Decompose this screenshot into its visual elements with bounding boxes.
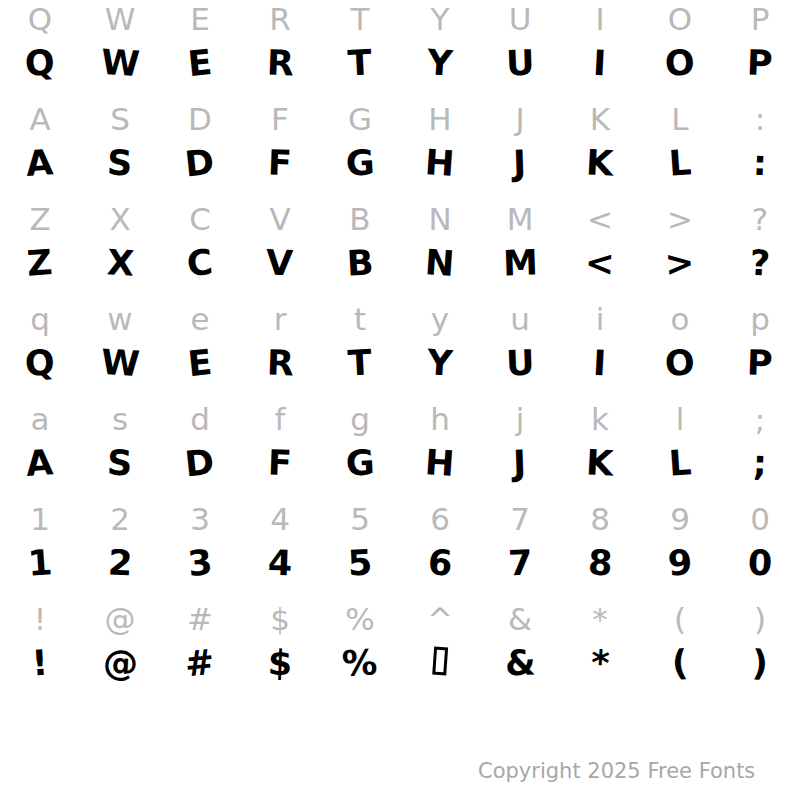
reference-char-cell: 2 xyxy=(110,504,130,535)
font-specimen-sheet: QWERTYUIOPQWERTYUIOPASDFGHJKL:ASDFGHJKL:… xyxy=(0,0,800,800)
specimen-char-cell: @ xyxy=(102,645,139,682)
specimen-char-cell: S xyxy=(106,145,133,181)
reference-char-cell: Z xyxy=(29,204,50,235)
specimen-char-cell: : xyxy=(752,145,767,180)
specimen-char-cell: H xyxy=(424,145,456,182)
reference-char-cell: B xyxy=(349,204,370,235)
specimen-char-cell: K xyxy=(586,145,615,181)
reference-char-cell: $ xyxy=(270,604,290,635)
reference-char-cell: E xyxy=(190,4,210,35)
specimen-char-cell: Q xyxy=(24,45,56,82)
specimen-row-14: !@#$%&*() xyxy=(0,638,800,688)
specimen-char-cell: 6 xyxy=(427,545,454,582)
reference-char-cell: j xyxy=(516,404,525,435)
reference-char-cell: % xyxy=(345,604,374,635)
specimen-char-cell: N xyxy=(424,245,456,282)
reference-char-cell: h xyxy=(430,404,450,435)
specimen-char-cell: # xyxy=(184,644,217,682)
reference-char-cell: k xyxy=(591,404,609,435)
reference-char-cell: p xyxy=(750,304,770,335)
specimen-char-cell: ? xyxy=(749,245,771,281)
specimen-char-cell: Q xyxy=(24,345,56,382)
specimen-row-6: ZXCVBNM<>? xyxy=(0,238,800,288)
specimen-row-8: QWERTYUIOP xyxy=(0,338,800,388)
specimen-char-cell: R xyxy=(266,345,294,381)
reference-char-cell: A xyxy=(29,104,50,135)
reference-char-cell: d xyxy=(190,404,210,435)
specimen-char-cell: G xyxy=(345,145,376,181)
reference-char-cell: D xyxy=(188,104,212,135)
specimen-char-cell: > xyxy=(664,245,696,282)
specimen-row-2: QWERTYUIOP xyxy=(0,38,800,88)
reference-char-cell: f xyxy=(275,404,286,435)
reference-char-cell: L xyxy=(671,104,688,135)
reference-char-cell: J xyxy=(515,104,524,135)
specimen-char-cell: 4 xyxy=(267,545,293,581)
specimen-char-cell: U xyxy=(505,345,535,381)
specimen-char-cell: P xyxy=(747,345,774,381)
character-grid: QWERTYUIOPQWERTYUIOPASDFGHJKL:ASDFGHJKL:… xyxy=(0,0,800,700)
specimen-char-cell: T xyxy=(347,345,373,381)
specimen-char-cell: ! xyxy=(31,645,49,681)
specimen-char-cell: A xyxy=(25,145,54,182)
reference-char-cell: 6 xyxy=(430,504,450,535)
specimen-char-cell: L xyxy=(668,445,693,481)
reference-char-cell: G xyxy=(348,104,372,135)
specimen-char-cell: W xyxy=(100,45,140,82)
reference-char-cell: 7 xyxy=(510,504,530,535)
specimen-char-cell: 7 xyxy=(507,545,533,581)
reference-char-cell: s xyxy=(112,404,128,435)
specimen-char-cell: R xyxy=(266,45,294,81)
reference-char-cell: V xyxy=(269,204,290,235)
specimen-char-cell: V xyxy=(266,245,294,281)
reference-char-cell: P xyxy=(751,4,770,35)
specimen-char-cell: L xyxy=(668,145,693,181)
reference-row-9: asdfghjkl; xyxy=(0,394,800,444)
specimen-char-cell: < xyxy=(584,245,615,281)
reference-char-cell: M xyxy=(507,204,534,235)
reference-char-cell: 5 xyxy=(350,504,370,535)
specimen-char-cell: ; xyxy=(752,445,767,480)
reference-char-cell: U xyxy=(509,4,532,35)
specimen-char-cell: 9 xyxy=(667,545,694,582)
reference-char-cell: T xyxy=(351,4,370,35)
reference-char-cell: 3 xyxy=(190,504,210,535)
reference-char-cell: ) xyxy=(754,604,766,635)
specimen-char-cell: Y xyxy=(426,45,454,82)
specimen-char-cell: 1 xyxy=(27,545,54,582)
reference-char-cell: < xyxy=(587,204,613,235)
specimen-char-cell: E xyxy=(186,44,213,81)
reference-char-cell: ; xyxy=(755,404,765,435)
reference-char-cell: O xyxy=(668,4,692,35)
reference-char-cell: ( xyxy=(674,604,686,635)
specimen-char-cell: 8 xyxy=(587,545,613,581)
specimen-char-cell: D xyxy=(184,144,217,182)
specimen-char-cell: M xyxy=(502,245,538,281)
specimen-char-cell: % xyxy=(342,645,379,682)
specimen-char-cell: P xyxy=(747,45,774,81)
specimen-char-cell: G xyxy=(345,445,376,481)
specimen-char-cell: I xyxy=(593,345,608,381)
reference-char-cell: a xyxy=(31,404,50,435)
reference-char-cell: l xyxy=(676,404,685,435)
reference-char-cell: N xyxy=(428,204,451,235)
reference-char-cell: 0 xyxy=(750,504,770,535)
reference-char-cell: r xyxy=(274,304,287,335)
specimen-char-cell: A xyxy=(25,445,54,482)
reference-char-cell: t xyxy=(354,304,366,335)
reference-char-cell: u xyxy=(510,304,530,335)
reference-char-cell: Q xyxy=(28,4,52,35)
reference-char-cell: * xyxy=(592,604,608,635)
reference-char-cell: o xyxy=(671,304,690,335)
specimen-char-cell: * xyxy=(590,645,610,681)
tofu-outline xyxy=(432,646,448,675)
specimen-char-cell: W xyxy=(100,345,140,382)
specimen-char-cell: X xyxy=(106,245,135,281)
reference-char-cell: 1 xyxy=(30,504,50,535)
specimen-row-12: 1234567890 xyxy=(0,538,800,588)
reference-char-cell: X xyxy=(109,204,130,235)
specimen-char-cell: ) xyxy=(751,645,768,681)
specimen-char-cell: Y xyxy=(426,345,454,382)
reference-char-cell: Y xyxy=(431,4,450,35)
reference-char-cell: 8 xyxy=(590,504,610,535)
reference-row-3: ASDFGHJKL: xyxy=(0,94,800,144)
specimen-char-cell: Z xyxy=(26,245,54,282)
reference-char-cell: S xyxy=(110,104,130,135)
reference-char-cell: # xyxy=(187,604,213,635)
specimen-char-cell: J xyxy=(513,445,527,480)
specimen-char-cell: $ xyxy=(267,645,293,681)
specimen-char-cell: D xyxy=(184,444,217,482)
copyright-text: Copyright 2025 Free Fonts xyxy=(478,759,755,783)
specimen-char-cell: ( xyxy=(671,645,689,681)
specimen-char-cell: & xyxy=(504,645,536,681)
reference-char-cell: y xyxy=(431,304,449,335)
specimen-char-cell: 0 xyxy=(747,545,773,581)
reference-char-cell: 9 xyxy=(670,504,690,535)
specimen-char-cell: O xyxy=(664,45,696,82)
reference-char-cell: R xyxy=(269,4,291,35)
reference-char-cell: e xyxy=(190,304,209,335)
reference-char-cell: @ xyxy=(105,604,136,635)
reference-char-cell: ! xyxy=(34,604,46,635)
reference-char-cell: : xyxy=(755,104,765,135)
specimen-char-cell: U xyxy=(505,45,535,81)
reference-row-13: !@#$%^&*() xyxy=(0,594,800,644)
reference-char-cell: H xyxy=(428,104,451,135)
specimen-char-cell: C xyxy=(185,244,214,281)
reference-char-cell: & xyxy=(508,604,532,635)
reference-char-cell: w xyxy=(107,304,132,335)
specimen-char-cell: T xyxy=(347,45,373,81)
reference-char-cell: ^ xyxy=(427,604,453,635)
reference-char-cell: ? xyxy=(752,204,768,235)
specimen-row-4: ASDFGHJKL: xyxy=(0,138,800,188)
specimen-char-cell: K xyxy=(586,445,615,481)
specimen-char-cell: 5 xyxy=(347,545,373,581)
reference-char-cell: I xyxy=(595,4,604,35)
reference-char-cell: 4 xyxy=(270,504,290,535)
specimen-char-cell: I xyxy=(593,45,608,81)
specimen-char-cell: S xyxy=(106,445,133,481)
specimen-char-cell: F xyxy=(267,145,292,181)
reference-char-cell: K xyxy=(590,104,610,135)
specimen-char-cell: 3 xyxy=(186,544,214,581)
specimen-row-10: ASDFGHJKL; xyxy=(0,438,800,488)
reference-char-cell: C xyxy=(189,204,211,235)
missing-glyph-box xyxy=(432,645,448,681)
specimen-char-cell: 2 xyxy=(107,545,133,581)
reference-row-5: ZXCVBNM<>? xyxy=(0,194,800,244)
reference-char-cell: W xyxy=(105,4,136,35)
specimen-char-cell: E xyxy=(186,344,213,381)
reference-char-cell: F xyxy=(271,104,289,135)
specimen-char-cell: H xyxy=(424,445,456,482)
specimen-char-cell: F xyxy=(267,445,292,481)
specimen-char-cell: B xyxy=(346,245,374,281)
reference-row-7: qwertyuiop xyxy=(0,294,800,344)
specimen-char-cell: J xyxy=(513,145,527,180)
reference-char-cell: > xyxy=(667,204,693,235)
reference-char-cell: i xyxy=(596,304,605,335)
specimen-char-cell: O xyxy=(664,345,696,382)
reference-char-cell: q xyxy=(30,304,50,335)
reference-char-cell: g xyxy=(350,404,370,435)
reference-row-11: 1234567890 xyxy=(0,494,800,544)
